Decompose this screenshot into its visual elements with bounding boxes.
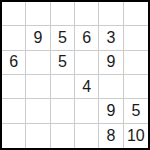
cell-r2c6[interactable]: [124, 26, 148, 50]
cell-r1c1[interactable]: [2, 2, 26, 26]
cell-r4c3[interactable]: [51, 75, 75, 99]
cell-r6c1[interactable]: [2, 124, 26, 148]
cell-r5c4[interactable]: [75, 99, 99, 123]
cell-r1c4[interactable]: [75, 2, 99, 26]
cell-r6c3[interactable]: [51, 124, 75, 148]
cell-r6c6[interactable]: 10: [124, 124, 148, 148]
puzzle-board: 9 5 6 3 6 5 9 4 9 5 8 10: [0, 0, 150, 150]
cell-r4c2[interactable]: [26, 75, 50, 99]
cell-r5c6[interactable]: 5: [124, 99, 148, 123]
cell-r3c4[interactable]: [75, 51, 99, 75]
cell-r5c5[interactable]: 9: [99, 99, 123, 123]
cell-r4c6[interactable]: [124, 75, 148, 99]
cell-r6c5[interactable]: 8: [99, 124, 123, 148]
cell-r3c2[interactable]: [26, 51, 50, 75]
cell-r6c4[interactable]: [75, 124, 99, 148]
cell-r5c1[interactable]: [2, 99, 26, 123]
cell-r3c5[interactable]: 9: [99, 51, 123, 75]
cell-r1c6[interactable]: [124, 2, 148, 26]
cell-r4c1[interactable]: [2, 75, 26, 99]
cell-r4c4[interactable]: 4: [75, 75, 99, 99]
cell-r2c1[interactable]: [2, 26, 26, 50]
cell-r6c2[interactable]: [26, 124, 50, 148]
cell-r3c1[interactable]: 6: [2, 51, 26, 75]
cell-r2c5[interactable]: 3: [99, 26, 123, 50]
cell-r5c2[interactable]: [26, 99, 50, 123]
cell-r3c3[interactable]: 5: [51, 51, 75, 75]
cell-r2c4[interactable]: 6: [75, 26, 99, 50]
cell-r5c3[interactable]: [51, 99, 75, 123]
cell-r1c5[interactable]: [99, 2, 123, 26]
cell-r1c2[interactable]: [26, 2, 50, 26]
cell-r3c6[interactable]: [124, 51, 148, 75]
cell-r4c5[interactable]: [99, 75, 123, 99]
cell-r2c3[interactable]: 5: [51, 26, 75, 50]
cell-r1c3[interactable]: [51, 2, 75, 26]
cell-r2c2[interactable]: 9: [26, 26, 50, 50]
